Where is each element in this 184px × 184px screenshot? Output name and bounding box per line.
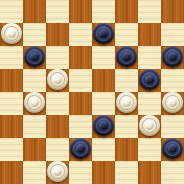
board-square-r7c3 [69, 161, 92, 184]
board-square-r1c3 [69, 23, 92, 46]
white-man[interactable] [162, 92, 183, 113]
board-square-r0c3[interactable] [69, 0, 92, 23]
board-square-r1c7 [161, 23, 184, 46]
black-man[interactable] [24, 46, 45, 67]
board-square-r6c3[interactable] [69, 138, 92, 161]
board-square-r5c3 [69, 115, 92, 138]
board-square-r1c2[interactable] [46, 23, 69, 46]
board-square-r0c4 [92, 0, 115, 23]
board-square-r3c2[interactable] [46, 69, 69, 92]
board-square-r3c0[interactable] [0, 69, 23, 92]
board-square-r7c2[interactable] [46, 161, 69, 184]
board-square-r4c1[interactable] [23, 92, 46, 115]
board-square-r2c5[interactable] [115, 46, 138, 69]
board-square-r7c1 [23, 161, 46, 184]
board-square-r0c2 [46, 0, 69, 23]
board-square-r7c4[interactable] [92, 161, 115, 184]
board-square-r7c6[interactable] [138, 161, 161, 184]
board-square-r2c0 [0, 46, 23, 69]
black-man[interactable] [70, 138, 91, 159]
board-square-r5c4[interactable] [92, 115, 115, 138]
board-square-r4c0 [0, 92, 23, 115]
board-square-r3c3 [69, 69, 92, 92]
board-square-r3c4[interactable] [92, 69, 115, 92]
white-man[interactable] [116, 92, 137, 113]
board-square-r5c0[interactable] [0, 115, 23, 138]
black-man[interactable] [116, 46, 137, 67]
board-square-r5c7 [161, 115, 184, 138]
black-man[interactable] [162, 46, 183, 67]
board-square-r0c7[interactable] [161, 0, 184, 23]
board-square-r1c6[interactable] [138, 23, 161, 46]
board-square-r1c4[interactable] [92, 23, 115, 46]
board-square-r0c0 [0, 0, 23, 23]
board-square-r3c5 [115, 69, 138, 92]
board-square-r6c0 [0, 138, 23, 161]
board-square-r4c7[interactable] [161, 92, 184, 115]
board-square-r6c6 [138, 138, 161, 161]
board-square-r6c4 [92, 138, 115, 161]
board-square-r5c1 [23, 115, 46, 138]
board-square-r6c1[interactable] [23, 138, 46, 161]
board-square-r3c6[interactable] [138, 69, 161, 92]
board-square-r4c6 [138, 92, 161, 115]
board-square-r0c1[interactable] [23, 0, 46, 23]
board-square-r4c2 [46, 92, 69, 115]
board-square-r7c7 [161, 161, 184, 184]
board-square-r4c4 [92, 92, 115, 115]
board-square-r7c0[interactable] [0, 161, 23, 184]
black-man[interactable] [93, 23, 114, 44]
board-square-r6c2 [46, 138, 69, 161]
board-square-r2c7[interactable] [161, 46, 184, 69]
board-square-r0c6 [138, 0, 161, 23]
black-man[interactable] [93, 115, 114, 136]
black-man[interactable] [139, 69, 160, 90]
board-square-r2c3[interactable] [69, 46, 92, 69]
board-square-r6c5[interactable] [115, 138, 138, 161]
white-man[interactable] [1, 23, 22, 44]
board-square-r5c5 [115, 115, 138, 138]
board-square-r5c6[interactable] [138, 115, 161, 138]
board-square-r2c1[interactable] [23, 46, 46, 69]
white-man[interactable] [47, 161, 68, 182]
board-square-r1c0[interactable] [0, 23, 23, 46]
board-square-r4c5[interactable] [115, 92, 138, 115]
board-square-r3c1 [23, 69, 46, 92]
white-man[interactable] [24, 92, 45, 113]
board-square-r1c1 [23, 23, 46, 46]
board-square-r7c5 [115, 161, 138, 184]
white-man[interactable] [139, 115, 160, 136]
board-square-r0c5[interactable] [115, 0, 138, 23]
board-square-r3c7 [161, 69, 184, 92]
board-square-r5c2[interactable] [46, 115, 69, 138]
board-square-r1c5 [115, 23, 138, 46]
black-man[interactable] [162, 138, 183, 159]
board-square-r2c4 [92, 46, 115, 69]
white-man[interactable] [47, 69, 68, 90]
checkers-board [0, 0, 184, 184]
board-square-r2c2 [46, 46, 69, 69]
board-square-r6c7[interactable] [161, 138, 184, 161]
board-square-r2c6 [138, 46, 161, 69]
board-square-r4c3[interactable] [69, 92, 92, 115]
